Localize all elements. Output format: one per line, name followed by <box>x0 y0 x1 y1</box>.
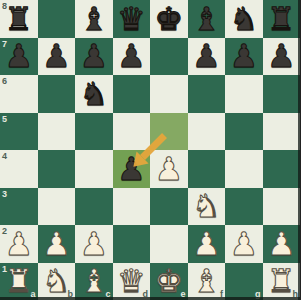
square-h3[interactable] <box>263 188 301 226</box>
square-g5[interactable] <box>225 113 263 151</box>
square-e3[interactable] <box>150 188 188 226</box>
square-h2[interactable]: ♟ <box>263 225 301 263</box>
square-f4[interactable] <box>188 150 226 188</box>
piece-white-pawn[interactable]: ♟ <box>188 225 226 263</box>
chess-board: 8♜♝♛♚♝♞♜7♟♟♟♟♟♟♟6♞54♟♟3♞2♟♟♟♟♟♟1a♜b♞c♝d♛… <box>0 0 300 300</box>
square-b3[interactable] <box>38 188 76 226</box>
piece-black-rook[interactable]: ♜ <box>0 0 38 38</box>
rank-label-4: 4 <box>2 152 7 161</box>
piece-black-king[interactable]: ♚ <box>150 0 188 38</box>
piece-black-knight[interactable]: ♞ <box>225 0 263 38</box>
square-d2[interactable] <box>113 225 151 263</box>
piece-black-pawn[interactable]: ♟ <box>113 38 151 76</box>
square-a3[interactable]: 3 <box>0 188 38 226</box>
piece-white-pawn[interactable]: ♟ <box>150 150 188 188</box>
square-d5[interactable] <box>113 113 151 151</box>
square-g2[interactable]: ♟ <box>225 225 263 263</box>
square-h4[interactable] <box>263 150 301 188</box>
piece-black-pawn[interactable]: ♟ <box>263 38 301 76</box>
square-c6[interactable]: ♞ <box>75 75 113 113</box>
square-c8[interactable]: ♝ <box>75 0 113 38</box>
square-a2[interactable]: 2♟ <box>0 225 38 263</box>
square-e7[interactable] <box>150 38 188 76</box>
square-e5[interactable] <box>150 113 188 151</box>
piece-white-bishop[interactable]: ♝ <box>75 263 113 300</box>
square-c2[interactable]: ♟ <box>75 225 113 263</box>
piece-white-pawn[interactable]: ♟ <box>75 225 113 263</box>
square-f8[interactable]: ♝ <box>188 0 226 38</box>
square-h5[interactable] <box>263 113 301 151</box>
square-c3[interactable] <box>75 188 113 226</box>
square-g1[interactable]: g <box>225 263 263 300</box>
piece-black-bishop[interactable]: ♝ <box>188 0 226 38</box>
square-a4[interactable]: 4 <box>0 150 38 188</box>
piece-white-queen[interactable]: ♛ <box>113 263 151 300</box>
piece-black-pawn[interactable]: ♟ <box>75 38 113 76</box>
square-d4[interactable]: ♟ <box>113 150 151 188</box>
rank-label-6: 6 <box>2 77 7 86</box>
piece-white-pawn[interactable]: ♟ <box>263 225 301 263</box>
piece-white-pawn[interactable]: ♟ <box>225 225 263 263</box>
piece-white-pawn[interactable]: ♟ <box>38 225 76 263</box>
square-c5[interactable] <box>75 113 113 151</box>
square-g6[interactable] <box>225 75 263 113</box>
square-g4[interactable] <box>225 150 263 188</box>
square-a6[interactable]: 6 <box>0 75 38 113</box>
square-h7[interactable]: ♟ <box>263 38 301 76</box>
square-g7[interactable]: ♟ <box>225 38 263 76</box>
piece-black-rook[interactable]: ♜ <box>263 0 301 38</box>
square-f6[interactable] <box>188 75 226 113</box>
square-c4[interactable] <box>75 150 113 188</box>
square-c7[interactable]: ♟ <box>75 38 113 76</box>
square-d3[interactable] <box>113 188 151 226</box>
square-a7[interactable]: 7♟ <box>0 38 38 76</box>
square-b6[interactable] <box>38 75 76 113</box>
square-c1[interactable]: c♝ <box>75 263 113 300</box>
rank-label-5: 5 <box>2 115 7 124</box>
piece-white-rook[interactable]: ♜ <box>263 263 301 300</box>
square-h6[interactable] <box>263 75 301 113</box>
piece-black-pawn[interactable]: ♟ <box>188 38 226 76</box>
square-b2[interactable]: ♟ <box>38 225 76 263</box>
file-label-g: g <box>255 290 261 299</box>
square-g8[interactable]: ♞ <box>225 0 263 38</box>
square-e4[interactable]: ♟ <box>150 150 188 188</box>
square-b1[interactable]: b♞ <box>38 263 76 300</box>
square-a8[interactable]: 8♜ <box>0 0 38 38</box>
square-d1[interactable]: d♛ <box>113 263 151 300</box>
square-f2[interactable]: ♟ <box>188 225 226 263</box>
square-b8[interactable] <box>38 0 76 38</box>
square-g3[interactable] <box>225 188 263 226</box>
piece-black-pawn[interactable]: ♟ <box>225 38 263 76</box>
square-d8[interactable]: ♛ <box>113 0 151 38</box>
square-e1[interactable]: e♚ <box>150 263 188 300</box>
square-b4[interactable] <box>38 150 76 188</box>
piece-black-pawn[interactable]: ♟ <box>113 150 151 188</box>
square-f1[interactable]: f♝ <box>188 263 226 300</box>
piece-white-knight[interactable]: ♞ <box>188 188 226 226</box>
piece-white-bishop[interactable]: ♝ <box>188 263 226 300</box>
rank-label-3: 3 <box>2 190 7 199</box>
piece-black-queen[interactable]: ♛ <box>113 0 151 38</box>
square-f7[interactable]: ♟ <box>188 38 226 76</box>
square-e8[interactable]: ♚ <box>150 0 188 38</box>
square-a5[interactable]: 5 <box>0 113 38 151</box>
square-f5[interactable] <box>188 113 226 151</box>
piece-white-rook[interactable]: ♜ <box>0 263 38 300</box>
piece-black-pawn[interactable]: ♟ <box>0 38 38 76</box>
piece-white-knight[interactable]: ♞ <box>38 263 76 300</box>
square-e6[interactable] <box>150 75 188 113</box>
piece-black-knight[interactable]: ♞ <box>75 75 113 113</box>
piece-white-king[interactable]: ♚ <box>150 263 188 300</box>
square-d7[interactable]: ♟ <box>113 38 151 76</box>
square-h1[interactable]: h♜ <box>263 263 301 300</box>
piece-black-bishop[interactable]: ♝ <box>75 0 113 38</box>
square-b5[interactable] <box>38 113 76 151</box>
square-b7[interactable]: ♟ <box>38 38 76 76</box>
square-f3[interactable]: ♞ <box>188 188 226 226</box>
square-d6[interactable] <box>113 75 151 113</box>
piece-white-pawn[interactable]: ♟ <box>0 225 38 263</box>
chess-app: 8♜♝♛♚♝♞♜7♟♟♟♟♟♟♟6♞54♟♟3♞2♟♟♟♟♟♟1a♜b♞c♝d♛… <box>0 0 300 300</box>
square-a1[interactable]: 1a♜ <box>0 263 38 300</box>
piece-black-pawn[interactable]: ♟ <box>38 38 76 76</box>
square-e2[interactable] <box>150 225 188 263</box>
square-h8[interactable]: ♜ <box>263 0 301 38</box>
